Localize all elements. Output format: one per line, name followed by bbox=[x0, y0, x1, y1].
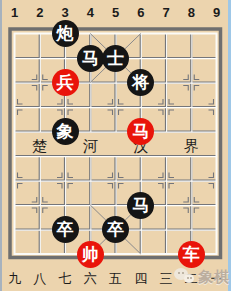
column-number-top-7: 7 bbox=[162, 5, 169, 18]
watermark: 象棋 bbox=[174, 265, 230, 287]
column-number-bottom-1: 九 bbox=[8, 271, 21, 284]
black-elephant[interactable]: 象 bbox=[52, 118, 79, 145]
column-number-top-1: 1 bbox=[11, 5, 18, 18]
black-horse-top[interactable]: 马 bbox=[77, 45, 104, 72]
column-number-bottom-7: 三 bbox=[160, 271, 173, 284]
xiangqi-app-screen: 123456789 楚河汉界 炮马士兵将象马马卒卒帅车 九八七六五四三二一 象棋 bbox=[0, 0, 231, 291]
wechat-icon bbox=[174, 266, 196, 286]
piece-character: 帅 bbox=[82, 241, 99, 268]
black-soldier-left[interactable]: 卒 bbox=[52, 216, 79, 243]
black-soldier-center[interactable]: 卒 bbox=[102, 216, 129, 243]
column-number-top-3: 3 bbox=[61, 5, 68, 18]
column-number-bottom-3: 七 bbox=[59, 271, 72, 284]
watermark-text: 象棋 bbox=[198, 269, 230, 284]
column-number-top-6: 6 bbox=[137, 5, 144, 18]
column-number-top-9: 9 bbox=[213, 5, 220, 18]
column-number-top-5: 5 bbox=[112, 5, 119, 18]
black-horse-bottom[interactable]: 马 bbox=[127, 192, 154, 219]
column-number-bottom-2: 八 bbox=[33, 271, 46, 284]
piece-character: 卒 bbox=[57, 216, 74, 243]
column-number-top-2: 2 bbox=[36, 5, 43, 18]
piece-character: 卒 bbox=[107, 216, 124, 243]
red-soldier[interactable]: 兵 bbox=[52, 69, 79, 96]
column-number-top-4: 4 bbox=[87, 5, 94, 18]
river-char-2: 河 bbox=[83, 139, 98, 154]
column-number-bottom-4: 六 bbox=[84, 271, 97, 284]
red-chariot[interactable]: 车 bbox=[178, 241, 205, 268]
river-char-4: 界 bbox=[184, 139, 199, 154]
piece-character: 象 bbox=[57, 118, 74, 145]
column-number-bottom-5: 五 bbox=[109, 271, 122, 284]
river-char-1: 楚 bbox=[32, 139, 47, 154]
piece-character: 炮 bbox=[57, 20, 74, 47]
column-number-bottom-6: 四 bbox=[134, 271, 147, 284]
black-advisor[interactable]: 士 bbox=[102, 45, 129, 72]
red-general[interactable]: 帅 bbox=[77, 241, 104, 268]
column-number-top-8: 8 bbox=[188, 5, 195, 18]
piece-character: 马 bbox=[132, 118, 149, 145]
piece-character: 将 bbox=[132, 69, 149, 96]
piece-character: 士 bbox=[107, 45, 124, 72]
piece-character: 马 bbox=[132, 192, 149, 219]
piece-character: 车 bbox=[183, 241, 200, 268]
piece-character: 兵 bbox=[57, 69, 74, 96]
black-cannon[interactable]: 炮 bbox=[52, 20, 79, 47]
piece-character: 马 bbox=[82, 45, 99, 72]
